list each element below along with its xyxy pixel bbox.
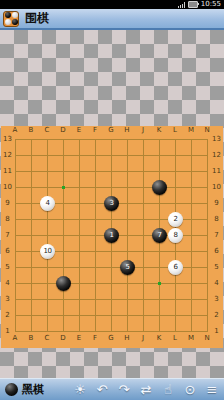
- page-title: 围棋: [25, 10, 49, 27]
- hint-button[interactable]: ⊙: [183, 379, 197, 400]
- row-label-left-2: 2: [2, 311, 13, 319]
- col-label-bottom-E: E: [71, 334, 87, 342]
- toolbar-buttons: ☀↶↷⇄☝⊙≡: [73, 379, 224, 400]
- row-label-right-3: 3: [211, 295, 222, 303]
- col-label-top-G: G: [103, 126, 119, 134]
- row-label-left-6: 6: [2, 247, 13, 255]
- row-label-right-6: 6: [211, 247, 222, 255]
- col-label-bottom-H: H: [119, 334, 135, 342]
- status-clock: 10:55: [201, 0, 221, 9]
- row-label-left-4: 4: [2, 279, 13, 287]
- title-bar: 围棋: [0, 9, 224, 30]
- row-label-left-5: 5: [2, 263, 13, 271]
- move-number: 1: [110, 232, 114, 239]
- row-label-left-1: 1: [2, 327, 13, 335]
- star-point-D10: [62, 186, 65, 189]
- row-label-right-4: 4: [211, 279, 222, 287]
- restart-button[interactable]: ⇄: [139, 379, 153, 400]
- col-label-top-E: E: [71, 126, 87, 134]
- transparency-checker-background: AABBCCDDEEFFGGHHJJKKLLMMNN13131212111110…: [0, 30, 224, 400]
- white-stone-L7: 8: [168, 228, 183, 243]
- row-label-left-7: 7: [2, 231, 13, 239]
- row-label-left-11: 11: [2, 167, 13, 175]
- turn-label: 黑棋: [22, 382, 44, 397]
- black-stone-D4: [56, 276, 71, 291]
- col-label-bottom-J: J: [135, 334, 151, 342]
- move-number: 3: [110, 200, 114, 207]
- battery-icon: [188, 1, 198, 8]
- row-label-right-13: 13: [211, 135, 222, 143]
- black-stone-K10: [152, 180, 167, 195]
- col-label-top-D: D: [55, 126, 71, 134]
- menu-button[interactable]: ≡: [205, 379, 219, 400]
- black-stone-K7: 7: [152, 228, 167, 243]
- col-label-top-F: F: [87, 126, 103, 134]
- col-label-top-M: M: [183, 126, 199, 134]
- col-label-top-N: N: [199, 126, 215, 134]
- move-number: 7: [158, 232, 162, 239]
- white-stone-C6: 10: [40, 244, 55, 259]
- row-label-right-7: 7: [211, 231, 222, 239]
- row-label-left-9: 9: [2, 199, 13, 207]
- col-label-top-J: J: [135, 126, 151, 134]
- col-label-top-L: L: [167, 126, 183, 134]
- black-stone-icon: [5, 383, 18, 396]
- status-bar: 10:55: [0, 0, 224, 9]
- col-label-bottom-K: K: [151, 334, 167, 342]
- col-label-bottom-B: B: [23, 334, 39, 342]
- hand-button[interactable]: ☝: [161, 379, 175, 400]
- undo-button[interactable]: ↶: [95, 379, 109, 400]
- white-stone-L8: 2: [168, 212, 183, 227]
- move-number: 2: [174, 216, 178, 223]
- app-icon: [3, 11, 19, 27]
- col-label-bottom-N: N: [199, 334, 215, 342]
- row-label-left-8: 8: [2, 215, 13, 223]
- row-label-left-13: 13: [2, 135, 13, 143]
- col-label-bottom-M: M: [183, 334, 199, 342]
- row-label-right-1: 1: [211, 327, 222, 335]
- row-label-right-9: 9: [211, 199, 222, 207]
- col-label-bottom-A: A: [7, 334, 23, 342]
- row-label-left-10: 10: [2, 183, 13, 191]
- white-stone-C9: 4: [40, 196, 55, 211]
- redo-button[interactable]: ↷: [117, 379, 131, 400]
- black-stone-G7: 1: [104, 228, 119, 243]
- col-label-top-B: B: [23, 126, 39, 134]
- col-label-top-K: K: [151, 126, 167, 134]
- row-label-left-12: 12: [2, 151, 13, 159]
- move-number: 8: [174, 232, 178, 239]
- go-board[interactable]: AABBCCDDEEFFGGHHJJKKLLMMNN13131212111110…: [1, 126, 223, 348]
- move-number: 5: [126, 264, 130, 271]
- row-label-right-11: 11: [211, 167, 222, 175]
- new-game-button[interactable]: ☀: [73, 379, 87, 400]
- row-label-right-10: 10: [211, 183, 222, 191]
- turn-indicator: 黑棋: [0, 382, 44, 397]
- black-stone-G9: 3: [104, 196, 119, 211]
- row-label-left-3: 3: [2, 295, 13, 303]
- move-number: 10: [44, 248, 52, 255]
- col-label-bottom-C: C: [39, 334, 55, 342]
- col-label-top-A: A: [7, 126, 23, 134]
- app-screen: 10:55 围棋 AABBCCDDEEFFGGHHJJKKLLMMNN13131…: [0, 0, 224, 400]
- row-label-right-12: 12: [211, 151, 222, 159]
- col-label-top-C: C: [39, 126, 55, 134]
- bottom-toolbar: 黑棋 ☀↶↷⇄☝⊙≡: [0, 378, 224, 400]
- row-label-right-2: 2: [211, 311, 222, 319]
- white-stone-L5: 6: [168, 260, 183, 275]
- col-label-bottom-D: D: [55, 334, 71, 342]
- col-label-bottom-G: G: [103, 334, 119, 342]
- move-number: 6: [174, 264, 178, 271]
- move-number: 4: [46, 200, 50, 207]
- row-label-right-8: 8: [211, 215, 222, 223]
- star-point-K4: [158, 282, 161, 285]
- row-label-right-5: 5: [211, 263, 222, 271]
- col-label-bottom-F: F: [87, 334, 103, 342]
- black-stone-H5: 5: [120, 260, 135, 275]
- col-label-top-H: H: [119, 126, 135, 134]
- col-label-bottom-L: L: [167, 334, 183, 342]
- signal-icon: [178, 2, 185, 8]
